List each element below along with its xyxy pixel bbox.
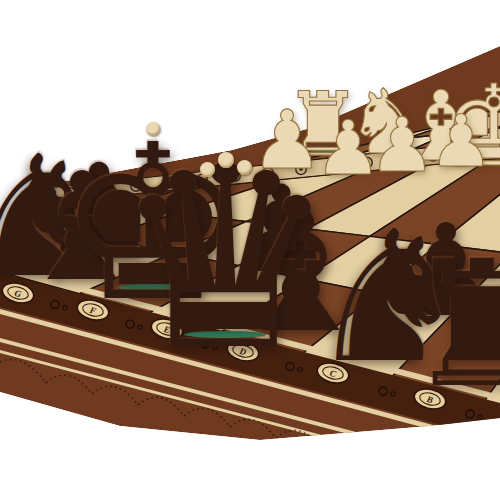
chess-set-product-photo: GFEDCB ♞♜♝♚♟♟♟♟♟♟♞♝♚♟♝♛♞♜ (0, 0, 500, 500)
chess-board: GFEDCB (0, 0, 500, 500)
